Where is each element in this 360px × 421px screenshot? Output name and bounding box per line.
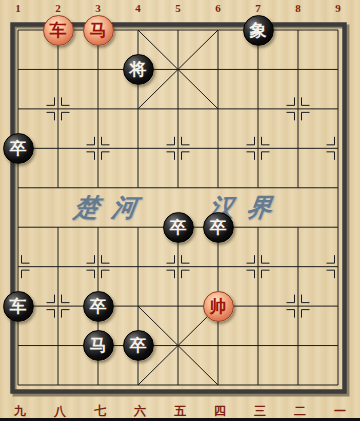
file-number-top-5: 5 <box>168 2 188 14</box>
piece-black-soldier[interactable]: 卒 <box>163 212 194 243</box>
file-number-top-9: 9 <box>328 2 348 14</box>
piece-black-soldier[interactable]: 卒 <box>3 133 34 164</box>
board-grid-lines <box>0 0 360 421</box>
xiangqi-board[interactable]: 123456789 九八七六五四三二一 楚河 汉界 车马象将卒卒卒车卒帅马卒 <box>0 0 360 421</box>
piece-black-elephant[interactable]: 象 <box>243 15 274 46</box>
piece-black-chariot[interactable]: 车 <box>3 291 34 322</box>
file-number-top-3: 3 <box>88 2 108 14</box>
piece-red-chariot[interactable]: 车 <box>43 15 74 46</box>
file-number-top-7: 7 <box>248 2 268 14</box>
piece-red-horse[interactable]: 马 <box>83 15 114 46</box>
piece-black-soldier[interactable]: 卒 <box>123 330 154 361</box>
file-number-top-6: 6 <box>208 2 228 14</box>
river-text-chu-he: 楚河 <box>72 191 153 224</box>
piece-black-general[interactable]: 将 <box>123 54 154 85</box>
piece-black-horse[interactable]: 马 <box>83 330 114 361</box>
file-number-top-4: 4 <box>128 2 148 14</box>
file-number-top-1: 1 <box>8 2 28 14</box>
piece-red-general[interactable]: 帅 <box>203 291 234 322</box>
file-number-top-2: 2 <box>48 2 68 14</box>
piece-black-soldier[interactable]: 卒 <box>203 212 234 243</box>
piece-black-soldier[interactable]: 卒 <box>83 291 114 322</box>
file-number-top-8: 8 <box>288 2 308 14</box>
